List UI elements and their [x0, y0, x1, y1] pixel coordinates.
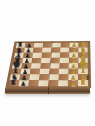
black-pawn: ♟: [18, 81, 28, 87]
clasp-latch-icon: [87, 75, 90, 80]
chess-board: ♜♟♟♜♞♟♟♞♝♟♟♝♛♟♟♛♚♟♟♚♝♟♟♝♞♟♟♞♜♟♟♜: [5, 41, 91, 88]
board-square: ♟: [68, 80, 78, 86]
board-plane: ♜♟♟♜♞♟♟♞♝♟♟♝♛♟♟♛♚♟♟♚♝♟♟♝♞♟♟♞♜♟♟♜: [5, 41, 91, 88]
hinge-seam: [48, 88, 49, 94]
black-rook: ♜: [9, 80, 19, 87]
board-case-side: [5, 88, 90, 94]
board-square: [48, 80, 58, 86]
board-square: [38, 80, 48, 86]
white-rook: ♜: [78, 80, 88, 87]
white-pawn: ♟: [68, 81, 78, 87]
chess-set: ♜♟♟♜♞♟♟♞♝♟♟♝♛♟♟♛♚♟♟♚♝♟♟♝♞♟♟♞♜♟♟♜: [0, 34, 95, 104]
board-square: [58, 80, 68, 86]
board-square: [49, 74, 59, 80]
product-photo: ♜♟♟♜♞♟♟♞♝♟♟♝♛♟♟♛♚♟♟♚♝♟♟♝♞♟♟♞♜♟♟♜: [0, 0, 95, 126]
board-square: ♜: [78, 80, 88, 86]
